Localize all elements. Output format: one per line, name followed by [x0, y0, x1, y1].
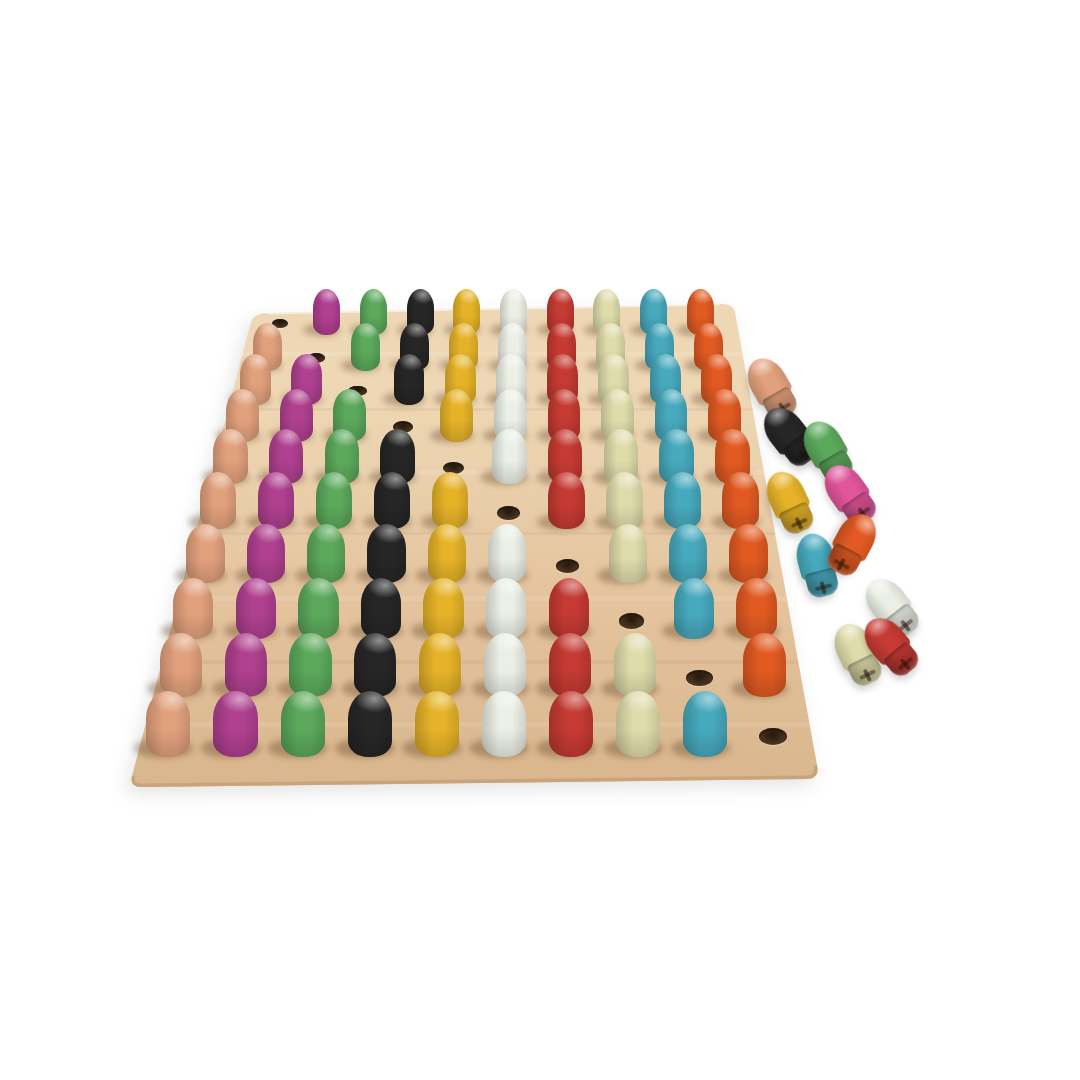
peg-white-r9c6[interactable]: [484, 633, 526, 697]
hole-r9c9[interactable]: [686, 670, 713, 686]
peg-white-r10c6[interactable]: [482, 691, 526, 757]
peg-yellow-r9c5[interactable]: [419, 633, 461, 697]
peg-yellow-r6c5[interactable]: [432, 472, 469, 529]
peg-black-r3c4[interactable]: [394, 354, 425, 404]
peg-blue-r7c9[interactable]: [669, 524, 707, 583]
peg-black-r8c4[interactable]: [361, 578, 401, 639]
peg-magenta-r1c2[interactable]: [313, 289, 340, 335]
peg-peach-r9c1[interactable]: [160, 633, 202, 697]
peg-orange-r9c10[interactable]: [743, 633, 785, 697]
peg-black-r6c4[interactable]: [374, 472, 411, 529]
peg-cream-r10c8[interactable]: [616, 691, 660, 757]
peg-green-r8c3[interactable]: [298, 578, 338, 639]
peg-green-r6c3[interactable]: [316, 472, 353, 529]
peg-blue-r6c9[interactable]: [664, 472, 701, 529]
peg-green-r9c3[interactable]: [289, 633, 331, 697]
hole-r8c8[interactable]: [619, 613, 644, 628]
peg-peach-r7c1[interactable]: [186, 524, 224, 583]
peg-cream-r7c8[interactable]: [609, 524, 647, 583]
loose-peg-yellow[interactable]: [759, 465, 820, 539]
scene: [0, 0, 1080, 1080]
peg-black-r7c4[interactable]: [367, 524, 405, 583]
peg-yellow-r4c5[interactable]: [440, 389, 473, 442]
hole-r10c10[interactable]: [759, 728, 787, 745]
peg-green-r7c3[interactable]: [307, 524, 345, 583]
peg-magenta-r9c2[interactable]: [225, 633, 267, 697]
hole-r7c7[interactable]: [556, 559, 580, 573]
peg-magenta-r10c2[interactable]: [213, 691, 257, 757]
peg-cream-r9c8[interactable]: [614, 633, 656, 697]
peg-orange-r7c10[interactable]: [729, 524, 767, 583]
peg-yellow-r7c5[interactable]: [428, 524, 466, 583]
peg-green-r10c3[interactable]: [281, 691, 325, 757]
hole-r6c6[interactable]: [497, 506, 520, 519]
peg-black-r10c4[interactable]: [348, 691, 392, 757]
peg-peach-r8c1[interactable]: [173, 578, 213, 639]
peg-layer: [0, 0, 1080, 1080]
peg-white-r7c6[interactable]: [488, 524, 526, 583]
peg-white-r5c6[interactable]: [492, 429, 527, 484]
peg-magenta-r8c2[interactable]: [236, 578, 276, 639]
peg-red-r8c7[interactable]: [549, 578, 589, 639]
peg-magenta-r7c2[interactable]: [247, 524, 285, 583]
peg-magenta-r6c2[interactable]: [258, 472, 295, 529]
peg-red-r9c7[interactable]: [549, 633, 591, 697]
peg-orange-r6c10[interactable]: [722, 472, 759, 529]
peg-green-r2c3[interactable]: [351, 323, 380, 371]
peg-peach-r6c1[interactable]: [200, 472, 237, 529]
peg-red-r10c7[interactable]: [549, 691, 593, 757]
peg-yellow-r8c5[interactable]: [423, 578, 463, 639]
peg-orange-r8c10[interactable]: [736, 578, 776, 639]
peg-peach-r10c1[interactable]: [146, 691, 190, 757]
peg-white-r8c6[interactable]: [486, 578, 526, 639]
peg-blue-r8c9[interactable]: [674, 578, 714, 639]
peg-black-r9c4[interactable]: [354, 633, 396, 697]
peg-cream-r6c8[interactable]: [606, 472, 643, 529]
peg-blue-r10c9[interactable]: [683, 691, 727, 757]
peg-yellow-r10c5[interactable]: [415, 691, 459, 757]
peg-red-r6c7[interactable]: [548, 472, 585, 529]
